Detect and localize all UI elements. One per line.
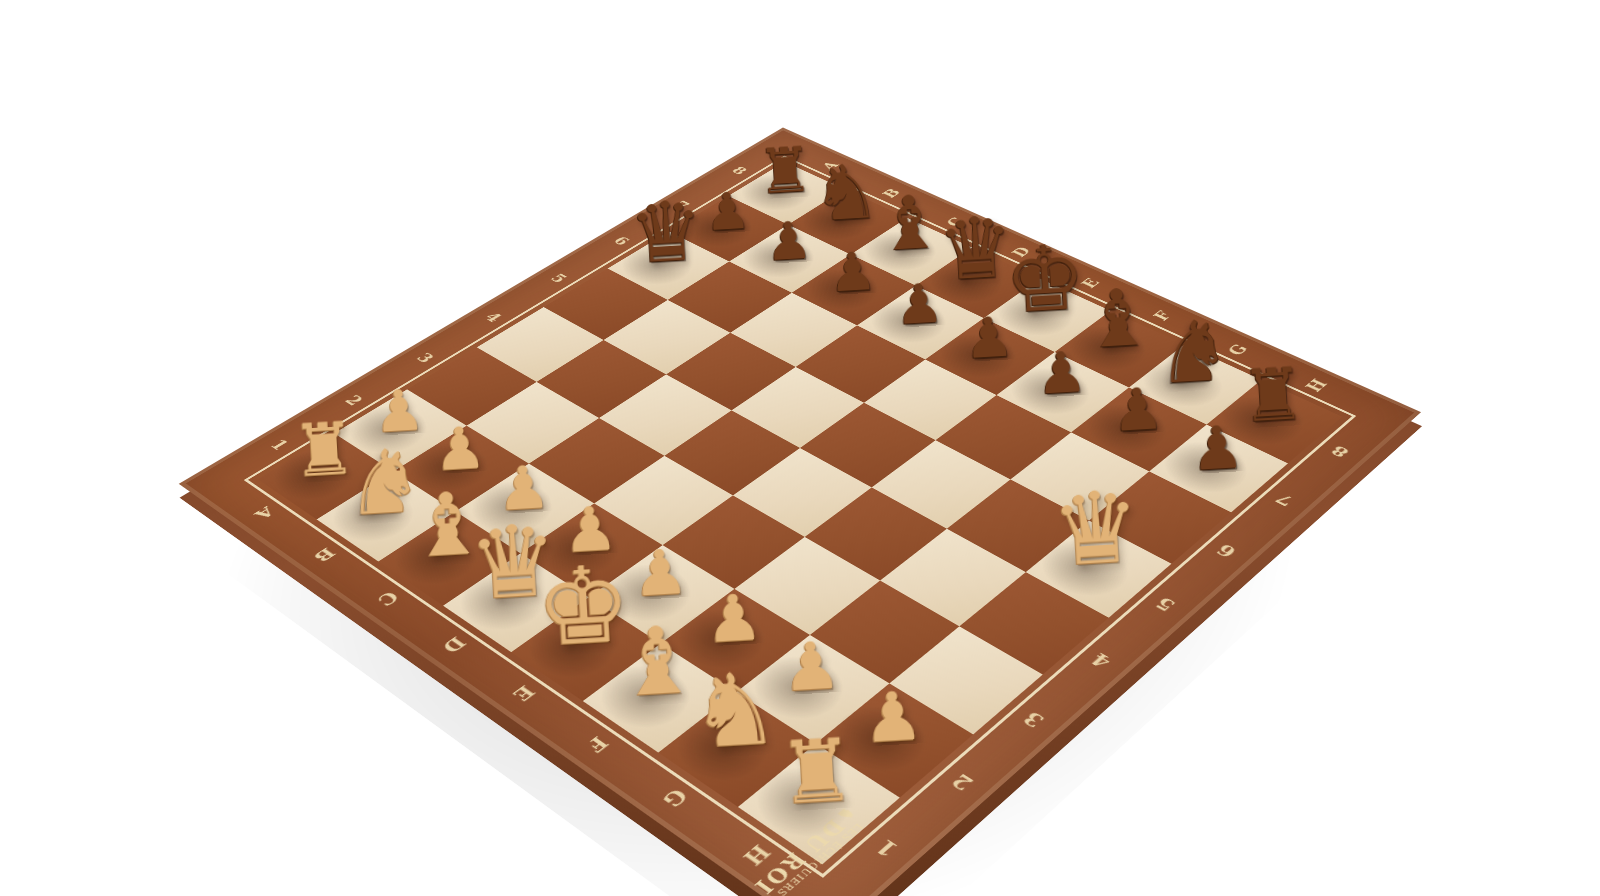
product-photo-scene: AABBCCDDEEFFGGHH1122334455667788 LES ÉCH… [0, 0, 1600, 896]
chess-board: AABBCCDDEEFFGGHH1122334455667788 LES ÉCH… [179, 127, 1421, 896]
pieces-layer: ♜♞♝♛♚♝♞♜♟♟♟♟♟♟♟♟♛♛♟♟♟♟♟♟♟♟♜♞♝♛♚♝♞♜ [179, 127, 1421, 896]
perspective-container: AABBCCDDEEFFGGHH1122334455667788 LES ÉCH… [0, 0, 1600, 896]
